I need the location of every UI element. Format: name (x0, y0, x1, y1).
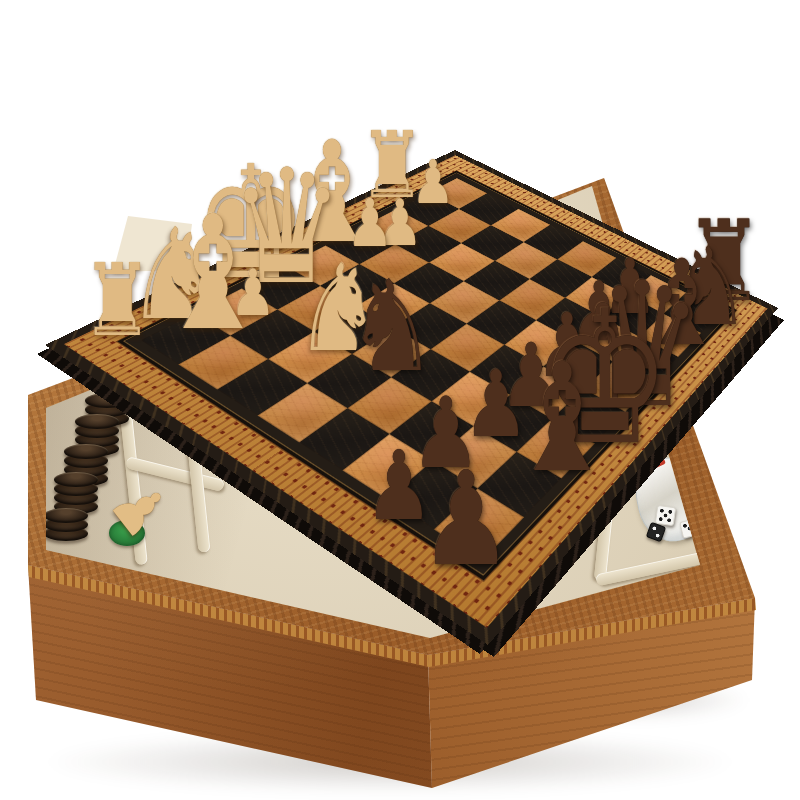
piece-dark-bishop: ♝ (508, 343, 616, 493)
piece-light-bishop: ♝ (156, 194, 269, 352)
chess-set-product-photo: ♟ ♜♞♝♚♛♟♝♟♟♜♟♞♞♟♟♟♟♟♟♟♟♝♚♛♝♞♜ (0, 0, 800, 800)
piece-light-rook: ♜ (81, 251, 153, 351)
piece-dark-knight: ♞ (347, 264, 437, 390)
piece-dark-pawn: ♟ (419, 454, 512, 584)
pieces-layer: ♜♞♝♚♛♟♝♟♟♜♟♞♞♟♟♟♟♟♟♟♟♝♚♛♝♞♜ (0, 0, 800, 800)
